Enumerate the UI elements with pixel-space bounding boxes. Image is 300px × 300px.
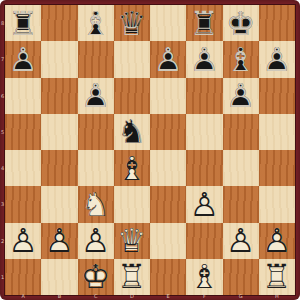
square-g4[interactable] [223,150,259,186]
black-queen-icon[interactable]: ♛♕ [114,5,150,41]
square-b6[interactable] [41,78,77,114]
file-label-e: E [167,294,170,300]
square-b2[interactable]: ♟♙ [41,223,77,259]
file-label-h: H [275,294,279,300]
white-bishop-icon[interactable]: ♝♗ [114,150,150,186]
file-label-c: C [94,294,98,300]
chess-diagram: ♜♖♝♗♛♕♜♖♚♔♟♙♟♙♟♙♝♗♟♙♟♙♟♙♞♘♝♗♞♘♟♙♟♙♟♙♟♙♛♕… [0,0,300,300]
rank-label-5: 5 [0,129,5,134]
white-king-icon[interactable]: ♚♔ [78,259,114,295]
square-e4[interactable] [150,150,186,186]
white-pawn-icon[interactable]: ♟♙ [186,186,222,222]
square-b8[interactable] [41,5,77,41]
white-pawn-icon[interactable]: ♟♙ [41,223,77,259]
square-d4[interactable]: ♝♗ [114,150,150,186]
white-pawn-icon[interactable]: ♟♙ [223,223,259,259]
square-g6[interactable]: ♟♙ [223,78,259,114]
square-a2[interactable]: ♟♙ [5,223,41,259]
black-pawn-icon[interactable]: ♟♙ [150,41,186,77]
square-e5[interactable] [150,114,186,150]
square-h2[interactable]: ♟♙ [259,223,295,259]
black-pawn-icon[interactable]: ♟♙ [223,78,259,114]
square-c7[interactable] [78,41,114,77]
square-f3[interactable]: ♟♙ [186,186,222,222]
white-rook-icon[interactable]: ♜♖ [259,259,295,295]
square-h3[interactable] [259,186,295,222]
square-a7[interactable]: ♟♙ [5,41,41,77]
square-c8[interactable]: ♝♗ [78,5,114,41]
square-a6[interactable] [5,78,41,114]
square-a4[interactable] [5,150,41,186]
square-a1[interactable] [5,259,41,295]
white-pawn-icon[interactable]: ♟♙ [259,223,295,259]
black-bishop-icon[interactable]: ♝♗ [223,41,259,77]
square-f8[interactable]: ♜♖ [186,5,222,41]
black-pawn-icon[interactable]: ♟♙ [78,78,114,114]
black-knight-icon[interactable]: ♞♘ [114,114,150,150]
square-c4[interactable] [78,150,114,186]
square-e8[interactable] [150,5,186,41]
square-h4[interactable] [259,150,295,186]
square-d3[interactable] [114,186,150,222]
black-rook-icon[interactable]: ♜♖ [186,5,222,41]
square-g5[interactable] [223,114,259,150]
square-f4[interactable] [186,150,222,186]
square-h1[interactable]: ♜♖ [259,259,295,295]
file-label-f: F [203,294,206,300]
square-a8[interactable]: ♜♖ [5,5,41,41]
black-bishop-icon[interactable]: ♝♗ [78,5,114,41]
square-b4[interactable] [41,150,77,186]
file-label-b: B [58,294,61,300]
square-c1[interactable]: ♚♔ [78,259,114,295]
square-b1[interactable] [41,259,77,295]
square-g7[interactable]: ♝♗ [223,41,259,77]
rank-label-7: 7 [0,57,5,62]
white-knight-icon[interactable]: ♞♘ [78,186,114,222]
square-e1[interactable] [150,259,186,295]
square-f5[interactable] [186,114,222,150]
square-d6[interactable] [114,78,150,114]
square-a3[interactable] [5,186,41,222]
square-g1[interactable] [223,259,259,295]
rank-label-2: 2 [0,238,5,243]
square-h8[interactable] [259,5,295,41]
square-g8[interactable]: ♚♔ [223,5,259,41]
rank-label-6: 6 [0,93,5,98]
file-label-g: G [239,294,243,300]
square-e6[interactable] [150,78,186,114]
white-rook-icon[interactable]: ♜♖ [114,259,150,295]
white-pawn-icon[interactable]: ♟♙ [78,223,114,259]
square-d5[interactable]: ♞♘ [114,114,150,150]
square-f6[interactable] [186,78,222,114]
square-e3[interactable] [150,186,186,222]
rank-label-3: 3 [0,202,5,207]
square-d1[interactable]: ♜♖ [114,259,150,295]
black-pawn-icon[interactable]: ♟♙ [259,41,295,77]
chess-board[interactable]: ♜♖♝♗♛♕♜♖♚♔♟♙♟♙♟♙♝♗♟♙♟♙♟♙♞♘♝♗♞♘♟♙♟♙♟♙♟♙♛♕… [5,5,295,295]
square-a5[interactable] [5,114,41,150]
square-b7[interactable] [41,41,77,77]
square-e7[interactable]: ♟♙ [150,41,186,77]
square-d2[interactable]: ♛♕ [114,223,150,259]
white-bishop-icon[interactable]: ♝♗ [186,259,222,295]
square-c2[interactable]: ♟♙ [78,223,114,259]
black-pawn-icon[interactable]: ♟♙ [5,41,41,77]
square-d8[interactable]: ♛♕ [114,5,150,41]
rank-label-8: 8 [0,21,5,26]
square-c3[interactable]: ♞♘ [78,186,114,222]
square-e2[interactable] [150,223,186,259]
rank-label-4: 4 [0,166,5,171]
black-king-icon[interactable]: ♚♔ [223,5,259,41]
black-pawn-icon[interactable]: ♟♙ [186,41,222,77]
square-f7[interactable]: ♟♙ [186,41,222,77]
white-pawn-icon[interactable]: ♟♙ [5,223,41,259]
square-h5[interactable] [259,114,295,150]
square-f1[interactable]: ♝♗ [186,259,222,295]
square-c5[interactable] [78,114,114,150]
square-g2[interactable]: ♟♙ [223,223,259,259]
black-rook-icon[interactable]: ♜♖ [5,5,41,41]
square-b5[interactable] [41,114,77,150]
square-d7[interactable] [114,41,150,77]
white-queen-icon[interactable]: ♛♕ [114,223,150,259]
square-g3[interactable] [223,186,259,222]
file-label-d: D [130,294,134,300]
square-h7[interactable]: ♟♙ [259,41,295,77]
square-c6[interactable]: ♟♙ [78,78,114,114]
file-label-a: A [21,294,24,300]
rank-label-1: 1 [0,274,5,279]
square-f2[interactable] [186,223,222,259]
square-h6[interactable] [259,78,295,114]
square-b3[interactable] [41,186,77,222]
